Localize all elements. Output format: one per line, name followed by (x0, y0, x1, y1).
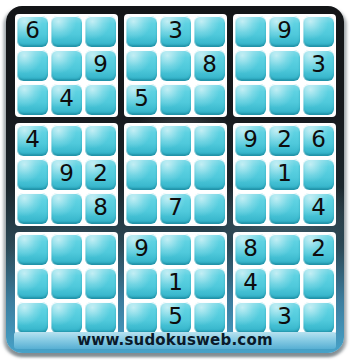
given-digit: 5 (168, 305, 183, 328)
cell-r4c5[interactable] (160, 125, 191, 156)
cell-r7c5[interactable] (160, 234, 191, 265)
cell-r4c1[interactable]: 4 (17, 125, 48, 156)
cell-r4c4[interactable] (126, 125, 157, 156)
cell-r2c9[interactable]: 3 (303, 50, 334, 81)
footer-band: www.sudokusweb.com (14, 332, 336, 349)
cell-r7c9[interactable]: 2 (303, 234, 334, 265)
cell-r7c4[interactable]: 9 (126, 234, 157, 265)
given-digit: 8 (243, 237, 258, 260)
given-digit: 3 (311, 53, 326, 76)
cell-r6c8[interactable] (269, 193, 300, 224)
cell-r1c4[interactable] (126, 16, 157, 47)
box-2-2: 7 (124, 123, 227, 226)
cell-r9c5[interactable]: 5 (160, 302, 191, 333)
cell-r4c7[interactable]: 9 (235, 125, 266, 156)
given-digit: 5 (134, 87, 149, 110)
cell-r3c6[interactable] (194, 84, 225, 115)
cell-r1c7[interactable] (235, 16, 266, 47)
cell-r3c9[interactable] (303, 84, 334, 115)
cell-r3c7[interactable] (235, 84, 266, 115)
given-digit: 3 (168, 19, 183, 42)
cell-r4c3[interactable] (85, 125, 116, 156)
given-digit: 6 (25, 19, 40, 42)
given-digit: 3 (277, 305, 292, 328)
cell-r4c9[interactable]: 6 (303, 125, 334, 156)
box-1-2: 385 (124, 14, 227, 117)
cell-r1c6[interactable] (194, 16, 225, 47)
cell-r9c6[interactable] (194, 302, 225, 333)
given-digit: 9 (93, 53, 108, 76)
given-digit: 1 (277, 162, 292, 185)
cell-r6c4[interactable] (126, 193, 157, 224)
cell-r9c7[interactable] (235, 302, 266, 333)
box-3-2: 915 (124, 232, 227, 335)
cell-r5c2[interactable]: 9 (51, 159, 82, 190)
box-3-1 (15, 232, 118, 335)
given-digit: 4 (25, 128, 40, 151)
cell-r9c9[interactable] (303, 302, 334, 333)
cell-r8c9[interactable] (303, 268, 334, 299)
cell-r2c4[interactable] (126, 50, 157, 81)
given-digit: 9 (134, 237, 149, 260)
site-url-link[interactable]: www.sudokusweb.com (77, 333, 272, 348)
cell-r3c4[interactable]: 5 (126, 84, 157, 115)
cell-r4c8[interactable]: 2 (269, 125, 300, 156)
board-frame: 6943859349287926149158243 www.sudokusweb… (6, 6, 344, 353)
cell-r5c5[interactable] (160, 159, 191, 190)
cell-r6c2[interactable] (51, 193, 82, 224)
cell-r6c5[interactable]: 7 (160, 193, 191, 224)
cell-r7c1[interactable] (17, 234, 48, 265)
cell-r9c4[interactable] (126, 302, 157, 333)
cell-r2c3[interactable]: 9 (85, 50, 116, 81)
cell-r9c8[interactable]: 3 (269, 302, 300, 333)
cell-r8c6[interactable] (194, 268, 225, 299)
cell-r8c2[interactable] (51, 268, 82, 299)
cell-r2c8[interactable] (269, 50, 300, 81)
cell-r8c1[interactable] (17, 268, 48, 299)
box-1-3: 93 (233, 14, 336, 117)
cell-r1c9[interactable] (303, 16, 334, 47)
cell-r5c6[interactable] (194, 159, 225, 190)
cell-r4c2[interactable] (51, 125, 82, 156)
cell-r2c2[interactable] (51, 50, 82, 81)
cell-r5c4[interactable] (126, 159, 157, 190)
given-digit: 9 (277, 19, 292, 42)
cell-r3c1[interactable] (17, 84, 48, 115)
cell-r1c5[interactable]: 3 (160, 16, 191, 47)
cell-r8c7[interactable]: 4 (235, 268, 266, 299)
cell-r5c7[interactable] (235, 159, 266, 190)
cell-r7c8[interactable] (269, 234, 300, 265)
cell-r3c2[interactable]: 4 (51, 84, 82, 115)
cell-r6c3[interactable]: 8 (85, 193, 116, 224)
cell-r5c3[interactable]: 2 (85, 159, 116, 190)
given-digit: 8 (93, 196, 108, 219)
sudoku-board: 6943859349287926149158243 (15, 14, 336, 335)
given-digit: 2 (277, 128, 292, 151)
cell-r6c7[interactable] (235, 193, 266, 224)
cell-r9c1[interactable] (17, 302, 48, 333)
cell-r7c7[interactable]: 8 (235, 234, 266, 265)
cell-r2c6[interactable]: 8 (194, 50, 225, 81)
cell-r8c8[interactable] (269, 268, 300, 299)
cell-r7c6[interactable] (194, 234, 225, 265)
given-digit: 4 (59, 87, 74, 110)
box-2-1: 4928 (15, 123, 118, 226)
box-2-3: 92614 (233, 123, 336, 226)
given-digit: 9 (243, 128, 258, 151)
cell-r8c4[interactable] (126, 268, 157, 299)
cell-r6c6[interactable] (194, 193, 225, 224)
cell-r9c2[interactable] (51, 302, 82, 333)
cell-r2c1[interactable] (17, 50, 48, 81)
cell-r6c9[interactable]: 4 (303, 193, 334, 224)
given-digit: 6 (311, 128, 326, 151)
cell-r8c5[interactable]: 1 (160, 268, 191, 299)
cell-r2c7[interactable] (235, 50, 266, 81)
given-digit: 2 (93, 162, 108, 185)
cell-r1c8[interactable]: 9 (269, 16, 300, 47)
cell-r1c3[interactable] (85, 16, 116, 47)
cell-r7c3[interactable] (85, 234, 116, 265)
given-digit: 2 (311, 237, 326, 260)
cell-r4c6[interactable] (194, 125, 225, 156)
cell-r1c2[interactable] (51, 16, 82, 47)
box-3-3: 8243 (233, 232, 336, 335)
cell-r5c1[interactable] (17, 159, 48, 190)
given-digit: 8 (202, 53, 217, 76)
sudoku-page: 6943859349287926149158243 www.sudokusweb… (0, 0, 350, 360)
cell-r3c5[interactable] (160, 84, 191, 115)
cell-r7c2[interactable] (51, 234, 82, 265)
given-digit: 1 (168, 271, 183, 294)
cell-r2c5[interactable] (160, 50, 191, 81)
given-digit: 4 (243, 271, 258, 294)
cell-r3c8[interactable] (269, 84, 300, 115)
cell-r8c3[interactable] (85, 268, 116, 299)
cell-r3c3[interactable] (85, 84, 116, 115)
given-digit: 9 (59, 162, 74, 185)
cell-r5c8[interactable]: 1 (269, 159, 300, 190)
box-1-1: 694 (15, 14, 118, 117)
cell-r1c1[interactable]: 6 (17, 16, 48, 47)
given-digit: 7 (168, 196, 183, 219)
cell-r5c9[interactable] (303, 159, 334, 190)
given-digit: 4 (311, 196, 326, 219)
cell-r9c3[interactable] (85, 302, 116, 333)
cell-r6c1[interactable] (17, 193, 48, 224)
